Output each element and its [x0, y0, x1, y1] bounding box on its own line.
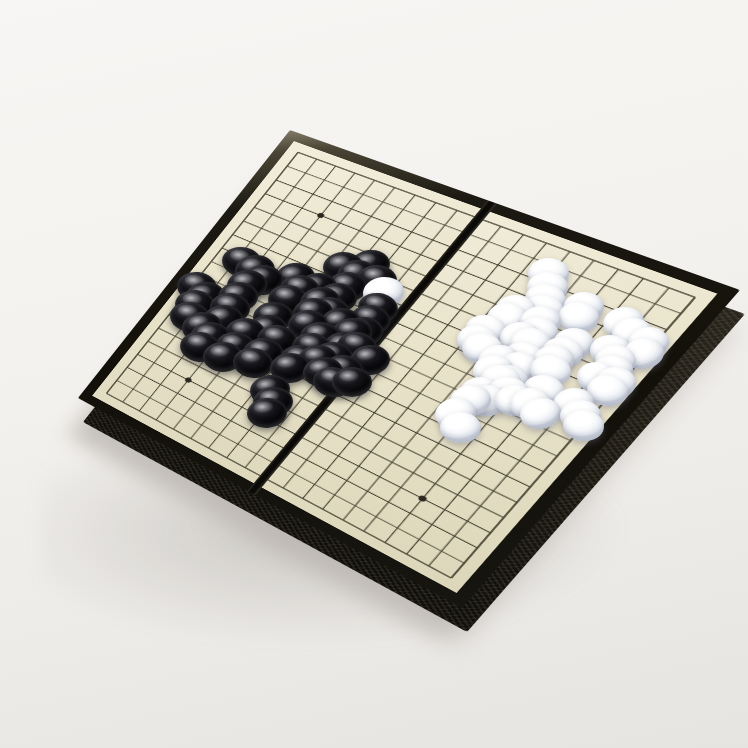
- stone-highlight: [339, 370, 359, 382]
- stone-highlight: [356, 347, 377, 361]
- stone-highlight: [232, 321, 252, 333]
- stone-highlight: [446, 414, 467, 427]
- stone-highlight: [525, 399, 547, 414]
- stone-highlight: [210, 344, 230, 356]
- stone-highlight: [564, 304, 585, 317]
- stone-highlight: [537, 356, 559, 371]
- black-stone: [246, 397, 288, 430]
- black-stone: [332, 367, 372, 397]
- white-stone: [439, 411, 481, 443]
- stone-highlight: [368, 279, 390, 293]
- stones-layer: [0, 0, 748, 748]
- go-set-photo: [0, 0, 748, 748]
- stone-highlight: [253, 400, 274, 413]
- stone-highlight: [570, 411, 592, 425]
- stone-highlight: [187, 333, 208, 347]
- stone-highlight: [275, 287, 296, 301]
- stone-highlight: [594, 376, 616, 390]
- stone-highlight: [276, 355, 297, 368]
- stone-highlight: [494, 305, 515, 318]
- stone-highlight: [240, 349, 261, 364]
- stone-highlight: [469, 334, 491, 349]
